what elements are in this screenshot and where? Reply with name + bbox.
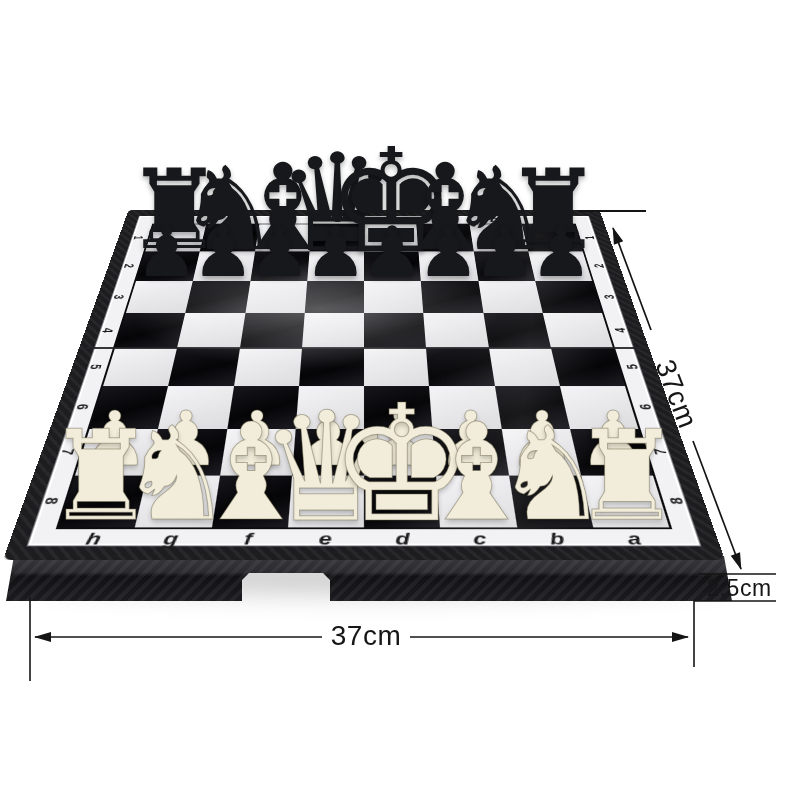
square-g4 bbox=[177, 313, 245, 348]
square-b7 bbox=[501, 429, 581, 476]
file-label-back-h: h bbox=[154, 215, 209, 224]
square-g2 bbox=[193, 252, 255, 281]
rank-label-left-4: 4 bbox=[76, 324, 141, 336]
square-c2 bbox=[419, 252, 478, 281]
width-dimension-label: 37cm bbox=[331, 620, 401, 652]
square-c1 bbox=[417, 224, 474, 251]
square-f2 bbox=[250, 252, 309, 281]
rank-label-right-4: 4 bbox=[587, 324, 652, 336]
rank-label-right-8: 8 bbox=[636, 492, 716, 510]
square-d1 bbox=[364, 224, 419, 251]
square-e7 bbox=[292, 429, 364, 476]
square-b3 bbox=[478, 281, 543, 313]
rank-label-left-6: 6 bbox=[47, 400, 119, 414]
rank-label-left-1: 1 bbox=[110, 233, 167, 242]
rank-label-left-8: 8 bbox=[12, 492, 92, 510]
file-label-b: b bbox=[517, 529, 598, 548]
square-e3 bbox=[304, 281, 364, 313]
file-label-back-d: d bbox=[364, 215, 416, 224]
square-g3 bbox=[185, 281, 250, 313]
square-e6 bbox=[295, 386, 364, 428]
square-c8 bbox=[436, 475, 516, 527]
square-e5 bbox=[299, 348, 364, 386]
file-label-f: f bbox=[208, 529, 287, 548]
file-label-back-g: g bbox=[207, 215, 261, 224]
file-labels-front: hgfedcba bbox=[52, 529, 676, 548]
square-f1 bbox=[255, 224, 312, 251]
file-label-back-f: f bbox=[259, 215, 312, 224]
board-side-edge bbox=[6, 556, 732, 601]
square-f8 bbox=[211, 475, 291, 527]
square-d2 bbox=[364, 252, 421, 281]
square-f3 bbox=[245, 281, 307, 313]
square-c6 bbox=[429, 386, 501, 428]
square-g7 bbox=[147, 429, 227, 476]
file-label-h: h bbox=[52, 529, 134, 548]
square-b6 bbox=[495, 386, 570, 428]
square-g8 bbox=[135, 475, 219, 527]
square-b5 bbox=[489, 348, 560, 386]
file-label-e: e bbox=[286, 529, 364, 548]
square-c3 bbox=[421, 281, 483, 313]
square-c7 bbox=[433, 429, 509, 476]
rank-label-left-5: 5 bbox=[62, 360, 130, 373]
file-label-a: a bbox=[593, 529, 675, 548]
file-label-back-b: b bbox=[468, 215, 522, 224]
rank-label-right-1: 1 bbox=[561, 233, 618, 242]
square-d7 bbox=[364, 429, 436, 476]
rank-label-right-7: 7 bbox=[622, 444, 698, 460]
square-d8 bbox=[364, 475, 440, 527]
square-b1 bbox=[469, 224, 528, 251]
square-g5 bbox=[168, 348, 239, 386]
file-label-g: g bbox=[130, 529, 211, 548]
square-b4 bbox=[483, 313, 551, 348]
file-label-c: c bbox=[440, 529, 519, 548]
file-label-back-a: a bbox=[519, 215, 574, 224]
thickness-dimension-label: 2.5cm bbox=[706, 575, 771, 602]
file-labels-back: hgfedcba bbox=[154, 215, 574, 224]
rank-label-left-3: 3 bbox=[88, 291, 150, 302]
square-c4 bbox=[424, 313, 489, 348]
square-e8 bbox=[288, 475, 364, 527]
product-photo: hgfedcba hgfedcba 12345678 12345678 ♜♞♝♛… bbox=[0, 0, 800, 800]
square-f7 bbox=[220, 429, 296, 476]
square-e2 bbox=[307, 252, 364, 281]
square-e4 bbox=[302, 313, 364, 348]
square-e1 bbox=[309, 224, 364, 251]
square-d6 bbox=[364, 386, 433, 428]
square-b8 bbox=[508, 475, 592, 527]
fold-seam bbox=[83, 347, 645, 348]
rank-label-right-3: 3 bbox=[578, 291, 640, 302]
file-label-d: d bbox=[364, 529, 442, 548]
square-c5 bbox=[426, 348, 494, 386]
square-d4 bbox=[364, 313, 426, 348]
square-d3 bbox=[364, 281, 424, 313]
square-b2 bbox=[473, 252, 535, 281]
file-label-back-e: e bbox=[312, 215, 364, 224]
square-g6 bbox=[158, 386, 233, 428]
rank-label-left-2: 2 bbox=[100, 261, 159, 271]
file-label-back-c: c bbox=[416, 215, 469, 224]
square-f6 bbox=[227, 386, 299, 428]
chess-board: hgfedcba hgfedcba 12345678 12345678 bbox=[3, 210, 725, 561]
square-f5 bbox=[233, 348, 301, 386]
rank-label-right-2: 2 bbox=[569, 261, 628, 271]
rank-label-left-7: 7 bbox=[30, 444, 106, 460]
square-d5 bbox=[364, 348, 429, 386]
square-f4 bbox=[240, 313, 305, 348]
square-g1 bbox=[200, 224, 259, 251]
